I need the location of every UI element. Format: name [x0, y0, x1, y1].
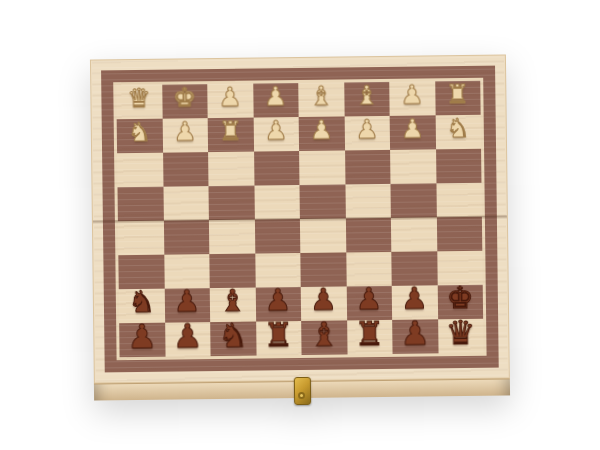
square-h6 [436, 149, 482, 184]
square-d1: ♜ [256, 321, 302, 356]
square-d6 [254, 151, 300, 186]
piece-black-king: ♚ [446, 283, 473, 313]
piece-white-bishop: ♝ [355, 82, 379, 108]
square-a7: ♞ [117, 119, 163, 154]
square-d4 [254, 219, 300, 254]
square-e6 [299, 150, 345, 185]
square-d8: ♟ [253, 83, 299, 118]
square-h8: ♜ [435, 81, 481, 116]
brass-clasp-ring [298, 392, 305, 399]
piece-black-bishop: ♝ [309, 317, 339, 350]
square-g8: ♟ [389, 81, 435, 116]
square-h1: ♛ [438, 319, 484, 354]
piece-black-queen: ♛ [446, 315, 476, 348]
chess-board: ♛♚♟♟♝♝♟♜♞♟♜♟♟♟♟♞♞♟♝♟♟♟♟♚♟♟♞♜♝♜♟♛ [90, 54, 510, 400]
piece-white-pawn: ♟ [355, 116, 379, 142]
piece-white-pawn: ♟ [401, 115, 425, 141]
piece-white-pawn: ♟ [400, 81, 424, 107]
piece-black-rook: ♜ [355, 316, 385, 349]
brass-clasp-icon [294, 377, 311, 405]
piece-white-king: ♚ [173, 84, 197, 110]
square-g7: ♟ [390, 115, 436, 150]
square-a8: ♛ [116, 85, 162, 120]
piece-white-queen: ♛ [127, 85, 151, 111]
piece-black-pawn: ♟ [400, 316, 430, 349]
square-c6 [208, 152, 254, 187]
square-b6 [163, 152, 209, 187]
square-f7: ♟ [344, 116, 390, 151]
square-b5 [163, 186, 209, 221]
piece-white-pawn: ♟ [218, 84, 242, 110]
square-e5 [299, 184, 345, 219]
piece-black-knight: ♞ [218, 318, 248, 351]
square-f6 [345, 150, 391, 185]
piece-black-pawn: ♟ [127, 319, 157, 352]
square-c8: ♟ [207, 84, 253, 119]
piece-white-bishop: ♝ [309, 83, 333, 109]
piece-white-rook: ♜ [446, 81, 470, 107]
square-e8: ♝ [298, 82, 344, 117]
square-g1: ♟ [392, 319, 438, 354]
piece-black-knight: ♞ [128, 287, 155, 317]
square-a4 [118, 221, 164, 256]
square-a6 [117, 153, 163, 188]
piece-white-knight: ♞ [446, 115, 470, 141]
square-c1: ♞ [210, 322, 256, 357]
piece-black-pawn: ♟ [173, 319, 203, 352]
piece-black-pawn: ♟ [174, 286, 201, 316]
square-f8: ♝ [344, 82, 390, 117]
square-c4 [209, 220, 255, 255]
piece-black-pawn: ♟ [265, 285, 292, 315]
piece-white-pawn: ♟ [264, 117, 288, 143]
piece-black-pawn: ♟ [310, 285, 337, 315]
square-g5 [390, 183, 436, 218]
square-f1: ♜ [347, 320, 393, 355]
square-h7: ♞ [435, 115, 481, 150]
piece-white-pawn: ♟ [264, 83, 288, 109]
square-d5 [254, 185, 300, 220]
piece-white-pawn: ♟ [173, 118, 197, 144]
piece-white-rook: ♜ [219, 118, 243, 144]
square-b4 [163, 220, 209, 255]
square-e7: ♟ [299, 116, 345, 151]
square-c5 [208, 186, 254, 221]
product-photo: ♛♚♟♟♝♝♟♜♞♟♜♟♟♟♟♞♞♟♝♟♟♟♟♚♟♟♞♜♝♜♟♛ [0, 0, 600, 450]
square-e1: ♝ [301, 320, 347, 355]
square-a1: ♟ [119, 323, 165, 358]
square-h4 [436, 217, 482, 252]
square-b8: ♚ [162, 84, 208, 119]
square-g6 [390, 149, 436, 184]
piece-black-pawn: ♟ [355, 284, 382, 314]
piece-black-rook: ♜ [264, 318, 294, 351]
square-d7: ♟ [253, 117, 299, 152]
square-f4 [345, 218, 391, 253]
square-f5 [345, 184, 391, 219]
piece-black-bishop: ♝ [219, 286, 246, 316]
square-e4 [300, 218, 346, 253]
piece-white-pawn: ♟ [310, 117, 334, 143]
square-a5 [117, 187, 163, 222]
square-b1: ♟ [165, 322, 211, 357]
square-c7: ♜ [208, 118, 254, 153]
square-b7: ♟ [162, 118, 208, 153]
board-surface: ♛♚♟♟♝♝♟♜♞♟♜♟♟♟♟♞♞♟♝♟♟♟♟♚♟♟♞♜♝♜♟♛ [90, 54, 510, 383]
piece-white-knight: ♞ [128, 119, 152, 145]
square-h5 [436, 183, 482, 218]
square-g4 [391, 217, 437, 252]
piece-black-pawn: ♟ [401, 283, 428, 313]
